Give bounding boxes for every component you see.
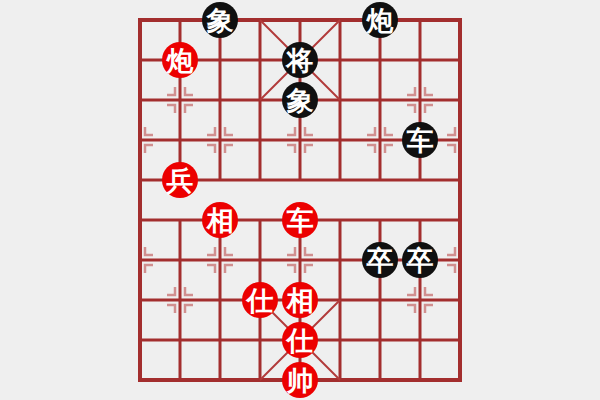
piece-black-elephant[interactable]: 象 xyxy=(282,82,318,118)
xiangqi-board[interactable]: 象炮炮将象车兵相车卒卒仕相仕帅 xyxy=(0,0,600,400)
piece-red-advisor[interactable]: 仕 xyxy=(282,322,318,358)
piece-black-general[interactable]: 将 xyxy=(282,42,318,78)
piece-red-general[interactable]: 帅 xyxy=(282,362,318,398)
piece-red-elephant[interactable]: 相 xyxy=(202,202,238,238)
piece-black-soldier[interactable]: 卒 xyxy=(362,242,398,278)
piece-red-advisor[interactable]: 仕 xyxy=(242,282,278,318)
piece-black-cannon[interactable]: 炮 xyxy=(362,2,398,38)
piece-red-elephant[interactable]: 相 xyxy=(282,282,318,318)
pieces-layer: 象炮炮将象车兵相车卒卒仕相仕帅 xyxy=(0,0,600,400)
piece-black-soldier[interactable]: 卒 xyxy=(402,242,438,278)
piece-red-chariot[interactable]: 车 xyxy=(282,202,318,238)
piece-red-cannon[interactable]: 炮 xyxy=(162,42,198,78)
piece-red-soldier[interactable]: 兵 xyxy=(162,162,198,198)
piece-black-chariot[interactable]: 车 xyxy=(402,122,438,158)
piece-black-elephant[interactable]: 象 xyxy=(202,2,238,38)
